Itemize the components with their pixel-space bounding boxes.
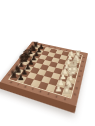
board-scene: 87654321 87654321 abcdefgh abcdefgh ♜♟♟♜… xyxy=(0,0,95,126)
coordinate-label: 5 xyxy=(30,87,34,90)
piece-white-rook: ♜ xyxy=(56,85,76,96)
product-photo: 87654321 87654321 abcdefgh abcdefgh ♜♟♟♜… xyxy=(0,0,95,126)
chess-board: 87654321 87654321 abcdefgh abcdefgh ♜♟♟♜… xyxy=(0,41,88,106)
coordinate-label: 1 xyxy=(63,97,66,101)
coordinate-label: 6 xyxy=(23,85,27,88)
piece-black-pawn: ♟ xyxy=(11,73,29,81)
board-squares: ♜♟♟♜♞♟♟♞♝♟♟♝♛♟♟♛♚♟♟♚♝♟♟♝♞♟♟♞♜♟♟♜ xyxy=(9,45,81,97)
coordinate-label: 4 xyxy=(38,90,42,94)
coordinate-label: 7 xyxy=(16,83,20,86)
